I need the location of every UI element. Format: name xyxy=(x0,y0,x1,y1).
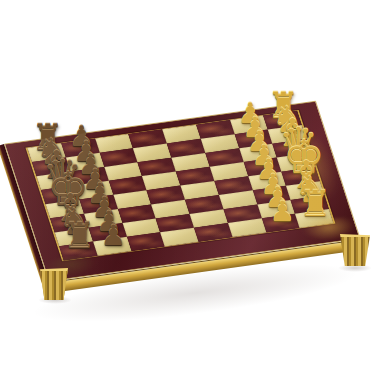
column-capital-foot-right xyxy=(340,234,370,266)
square: ♜ xyxy=(59,242,97,261)
chess-piece-wP: ♟ xyxy=(232,100,269,128)
column-capital-foot-left xyxy=(40,268,68,300)
square: ♜ xyxy=(295,209,333,228)
square xyxy=(127,232,165,251)
chess-set-photo: ♜♟♟♜♞♟♟♞♝♟♟♝♛♟♟♛♚♟♟♚♝♟♟♝♞♟♟♞♜♟♟♜ xyxy=(0,0,380,380)
square xyxy=(228,218,266,237)
chess-piece-wR: ♜ xyxy=(265,88,302,124)
square: ♟ xyxy=(93,237,131,256)
chess-piece-bP: ♟ xyxy=(63,123,100,151)
square xyxy=(194,223,232,242)
square: ♟ xyxy=(262,214,300,233)
square xyxy=(160,228,198,247)
chess-piece-bR: ♜ xyxy=(29,120,66,156)
board-field: ♜♟♟♜♞♟♟♞♝♟♟♝♛♟♟♛♚♟♟♚♝♟♟♝♞♟♟♞♜♟♟♜ xyxy=(25,110,335,262)
